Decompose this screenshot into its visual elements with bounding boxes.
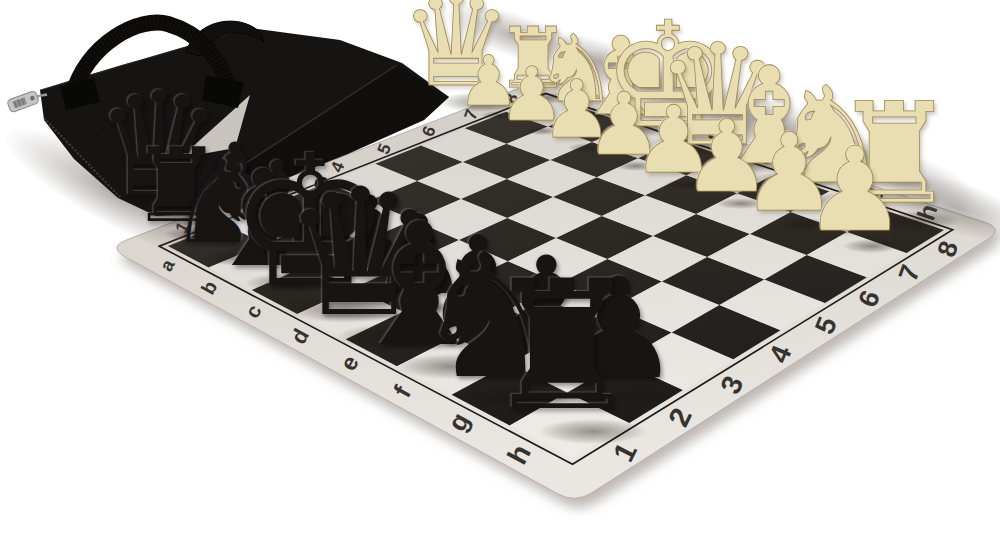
piece-glyph: ♟ <box>803 135 907 246</box>
piece-layer: ♜♛♞♟♝♟♚♟♛♟♝♟♞♟♟♛♜♟♟♜♟♟♞♟♝♟♚♟♛♟♝♟♞♜ <box>0 0 1000 533</box>
piece-glyph: ♜ <box>482 261 643 431</box>
chess-set-product-photo: aabbccddeeffgghh1122334455667788 ♜♛♞♟♝♟♚… <box>0 0 1000 533</box>
